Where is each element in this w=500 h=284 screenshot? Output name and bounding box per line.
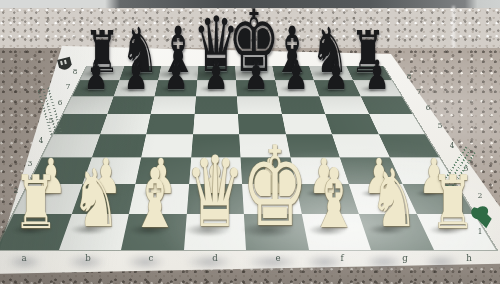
square-h5 xyxy=(369,114,425,134)
piece-white-knight-b1: ♞ xyxy=(71,159,120,239)
piece-black-pawn-g7: ♟ xyxy=(324,55,349,96)
piece-shadow xyxy=(364,255,404,269)
rank-label-right-5: 5 xyxy=(437,122,442,129)
piece-white-queen-d1: ♛ xyxy=(185,143,245,241)
piece-shadow xyxy=(185,255,234,269)
rank-label-left-7: 7 xyxy=(66,83,71,90)
piece-white-king-e1: ♚ xyxy=(241,132,308,242)
piece-shadow xyxy=(6,255,43,269)
piece-white-knight-g1: ♞ xyxy=(369,159,418,239)
piece-black-pawn-b7: ♟ xyxy=(124,55,149,96)
piece-black-pawn-c7: ♟ xyxy=(164,55,189,96)
piece-white-rook-a1: ♜ xyxy=(14,165,59,239)
piece-black-pawn-d7: ♟ xyxy=(204,55,229,96)
piece-shadow xyxy=(304,255,345,269)
rank-label-right-6: 6 xyxy=(426,104,431,111)
piece-black-pawn-f7: ♟ xyxy=(284,55,309,96)
piece-black-pawn-a7: ♟ xyxy=(84,55,109,96)
piece-black-pawn-e7: ♟ xyxy=(244,55,269,96)
rank-label-right-2: 2 xyxy=(478,192,483,199)
rank-label-right-8: 8 xyxy=(407,73,412,80)
rank-label-left-6: 6 xyxy=(58,99,63,106)
rank-label-right-4: 4 xyxy=(450,142,455,149)
photo-chess-scene: abcdefgh876543287654321 ♜♞♝♛♚♝♞♜♟♟♟♟♟♟♟♟… xyxy=(0,0,500,284)
file-label-h: h xyxy=(466,254,472,263)
piece-shadow xyxy=(423,255,460,269)
piece-white-bishop-f1: ♝ xyxy=(309,158,359,240)
square-c5 xyxy=(146,114,194,134)
square-d5 xyxy=(193,114,239,134)
piece-white-rook-h1: ♜ xyxy=(431,165,476,239)
square-b5 xyxy=(100,114,151,134)
piece-white-bishop-c1: ♝ xyxy=(130,158,180,240)
rank-label-right-7: 7 xyxy=(416,88,421,95)
piece-shadow xyxy=(245,255,300,269)
piece-black-pawn-h7: ♟ xyxy=(364,55,389,96)
rank-label-left-4: 4 xyxy=(39,137,44,144)
piece-shadow xyxy=(66,255,106,269)
